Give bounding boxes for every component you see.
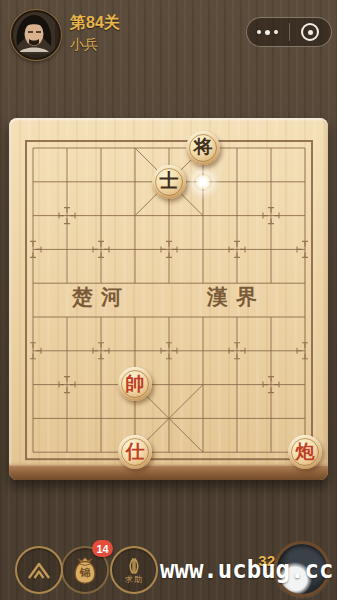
wechat-capsule [246,17,332,47]
level-label: 第84关 [70,13,120,34]
more-button[interactable] [247,18,289,46]
piece-仕-red[interactable]: 仕 [118,435,152,469]
player-name: 小兵 [70,36,98,54]
river-label-right: 漢界 [207,287,265,308]
piece-炮-red[interactable]: 炮 [288,435,322,469]
board-3d-edge [9,465,328,480]
hint-count-badge: 14 [92,540,113,557]
svg-text:锦: 锦 [79,567,91,578]
brocade-bag-icon: 锦 [69,554,101,586]
more-icon [274,30,278,34]
piece-士-black[interactable]: 士 [152,165,186,199]
watermark-text: www.ucbug.cc [160,556,333,584]
exit-button[interactable] [290,18,332,46]
praying-hands-icon [123,557,145,575]
ask-help-button[interactable]: 求助 [110,546,158,594]
river-label-left: 楚河 [72,287,130,308]
player-avatar [11,10,61,60]
double-chevron-up-icon [26,560,52,580]
more-icon [257,30,261,34]
more-icon [265,30,270,35]
help-label: 求助 [125,576,143,584]
exit-icon [301,23,319,41]
warrior-portrait-icon [13,12,55,54]
piece-将-black[interactable]: 将 [186,131,220,165]
collapse-button[interactable] [15,546,63,594]
